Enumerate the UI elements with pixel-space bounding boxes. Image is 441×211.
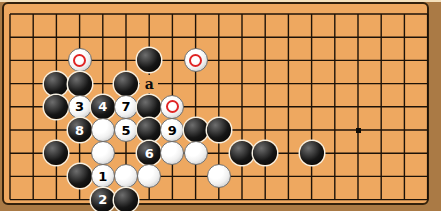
stone-black bbox=[230, 141, 254, 165]
stone-black bbox=[137, 95, 161, 119]
stone-black bbox=[44, 72, 68, 96]
move-number: 1 bbox=[98, 170, 107, 183]
move-7-stone: 7 bbox=[114, 95, 138, 119]
circle-mark-icon bbox=[166, 100, 179, 113]
frame-highlight bbox=[0, 0, 441, 2]
move-5-stone: 5 bbox=[114, 118, 138, 142]
move-number: 5 bbox=[121, 124, 130, 137]
stone-white bbox=[91, 141, 115, 165]
stone-black bbox=[137, 118, 161, 142]
move-number: 4 bbox=[98, 100, 107, 113]
move-number: 6 bbox=[145, 147, 154, 160]
stone-black bbox=[300, 141, 324, 165]
stone-black bbox=[114, 188, 138, 211]
circle-mark-icon bbox=[73, 54, 86, 67]
stone-black bbox=[114, 72, 138, 96]
stone-black bbox=[68, 72, 92, 96]
star-point bbox=[356, 128, 361, 133]
move-2-stone: 2 bbox=[91, 188, 115, 211]
stone-black bbox=[68, 164, 92, 188]
stone-white bbox=[184, 48, 208, 72]
go-diagram-frame: 347859612a bbox=[0, 0, 441, 211]
move-3-stone: 3 bbox=[68, 95, 92, 119]
move-number: 9 bbox=[168, 124, 177, 137]
move-4-stone: 4 bbox=[91, 95, 115, 119]
stone-black bbox=[207, 118, 231, 142]
move-number: 8 bbox=[75, 124, 84, 137]
move-number: 3 bbox=[75, 100, 84, 113]
move-number: 2 bbox=[98, 193, 107, 206]
move-8-stone: 8 bbox=[68, 118, 92, 142]
stone-black bbox=[184, 118, 208, 142]
move-number: 7 bbox=[121, 100, 130, 113]
stone-white bbox=[68, 48, 92, 72]
stone-white bbox=[184, 141, 208, 165]
point-label-a: a bbox=[140, 75, 158, 93]
stone-white bbox=[91, 118, 115, 142]
circle-mark-icon bbox=[189, 54, 202, 67]
